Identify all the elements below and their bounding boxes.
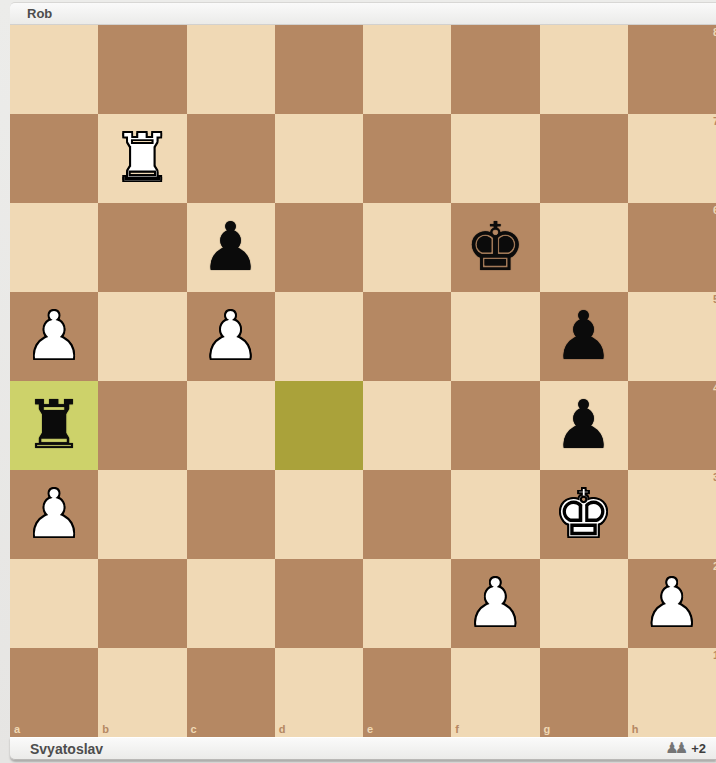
square-g5[interactable]: ♟ bbox=[540, 292, 628, 381]
white-pawn[interactable]: ♟ bbox=[187, 292, 275, 381]
square-h8[interactable] bbox=[628, 25, 716, 114]
square-g1[interactable] bbox=[540, 648, 628, 737]
square-f7[interactable] bbox=[451, 114, 539, 203]
square-b2[interactable] bbox=[98, 559, 186, 648]
square-a8[interactable] bbox=[10, 25, 98, 114]
white-rook[interactable]: ♜ bbox=[98, 114, 186, 203]
square-d8[interactable] bbox=[275, 25, 363, 114]
black-pawn[interactable]: ♟ bbox=[540, 381, 628, 470]
square-h5[interactable] bbox=[628, 292, 716, 381]
black-rook[interactable]: ♜ bbox=[10, 381, 98, 470]
square-f1[interactable] bbox=[451, 648, 539, 737]
square-a5[interactable]: ♟ bbox=[10, 292, 98, 381]
player-bar-top: Rob bbox=[10, 2, 716, 25]
square-d1[interactable] bbox=[275, 648, 363, 737]
square-g4[interactable]: ♟ bbox=[540, 381, 628, 470]
square-f5[interactable] bbox=[451, 292, 539, 381]
square-e7[interactable] bbox=[363, 114, 451, 203]
square-c1[interactable] bbox=[187, 648, 275, 737]
square-f8[interactable] bbox=[451, 25, 539, 114]
square-e6[interactable] bbox=[363, 203, 451, 292]
material-advantage-value: +2 bbox=[691, 741, 706, 756]
square-h6[interactable] bbox=[628, 203, 716, 292]
square-a1[interactable] bbox=[10, 648, 98, 737]
square-a2[interactable] bbox=[10, 559, 98, 648]
white-pawn[interactable]: ♟ bbox=[10, 470, 98, 559]
square-c8[interactable] bbox=[187, 25, 275, 114]
white-pawn[interactable]: ♟ bbox=[10, 292, 98, 381]
game-window: Rob ♜♟♚♟♟♟♜♟♟♚♟♟87654321abcdefgh Svyatos… bbox=[10, 2, 716, 760]
square-g6[interactable] bbox=[540, 203, 628, 292]
two-pawns-icon: ♟♟ bbox=[665, 741, 684, 756]
square-b5[interactable] bbox=[98, 292, 186, 381]
white-pawn[interactable]: ♟ bbox=[628, 559, 716, 648]
square-e2[interactable] bbox=[363, 559, 451, 648]
square-d6[interactable] bbox=[275, 203, 363, 292]
white-pawn[interactable]: ♟ bbox=[451, 559, 539, 648]
player-bar-bottom: Svyatoslav ♟♟ +2 bbox=[10, 737, 716, 760]
square-g8[interactable] bbox=[540, 25, 628, 114]
square-e8[interactable] bbox=[363, 25, 451, 114]
square-d7[interactable] bbox=[275, 114, 363, 203]
square-f2[interactable]: ♟ bbox=[451, 559, 539, 648]
square-c3[interactable] bbox=[187, 470, 275, 559]
player-name-bottom[interactable]: Svyatoslav bbox=[30, 741, 103, 757]
square-e3[interactable] bbox=[363, 470, 451, 559]
square-a6[interactable] bbox=[10, 203, 98, 292]
square-d2[interactable] bbox=[275, 559, 363, 648]
player-name-top[interactable]: Rob bbox=[27, 6, 52, 21]
square-e5[interactable] bbox=[363, 292, 451, 381]
square-h2[interactable]: ♟ bbox=[628, 559, 716, 648]
square-g7[interactable] bbox=[540, 114, 628, 203]
square-c6[interactable]: ♟ bbox=[187, 203, 275, 292]
square-h3[interactable] bbox=[628, 470, 716, 559]
black-pawn[interactable]: ♟ bbox=[187, 203, 275, 292]
square-f3[interactable] bbox=[451, 470, 539, 559]
square-a3[interactable]: ♟ bbox=[10, 470, 98, 559]
square-h1[interactable] bbox=[628, 648, 716, 737]
square-c4[interactable] bbox=[187, 381, 275, 470]
square-c2[interactable] bbox=[187, 559, 275, 648]
square-e1[interactable] bbox=[363, 648, 451, 737]
square-b7[interactable]: ♜ bbox=[98, 114, 186, 203]
black-pawn[interactable]: ♟ bbox=[540, 292, 628, 381]
square-c5[interactable]: ♟ bbox=[187, 292, 275, 381]
square-b8[interactable] bbox=[98, 25, 186, 114]
square-f4[interactable] bbox=[451, 381, 539, 470]
square-h7[interactable] bbox=[628, 114, 716, 203]
square-d3[interactable] bbox=[275, 470, 363, 559]
square-d5[interactable] bbox=[275, 292, 363, 381]
square-d4[interactable] bbox=[275, 381, 363, 470]
square-h4[interactable] bbox=[628, 381, 716, 470]
square-b1[interactable] bbox=[98, 648, 186, 737]
square-b4[interactable] bbox=[98, 381, 186, 470]
white-king[interactable]: ♚ bbox=[540, 470, 628, 559]
square-g3[interactable]: ♚ bbox=[540, 470, 628, 559]
square-e4[interactable] bbox=[363, 381, 451, 470]
square-b6[interactable] bbox=[98, 203, 186, 292]
square-b3[interactable] bbox=[98, 470, 186, 559]
black-king[interactable]: ♚ bbox=[451, 203, 539, 292]
square-a4[interactable]: ♜ bbox=[10, 381, 98, 470]
material-advantage: ♟♟ +2 bbox=[665, 741, 716, 756]
square-g2[interactable] bbox=[540, 559, 628, 648]
chess-board[interactable]: ♜♟♚♟♟♟♜♟♟♚♟♟87654321abcdefgh bbox=[10, 25, 716, 737]
square-c7[interactable] bbox=[187, 114, 275, 203]
square-f6[interactable]: ♚ bbox=[451, 203, 539, 292]
square-a7[interactable] bbox=[10, 114, 98, 203]
